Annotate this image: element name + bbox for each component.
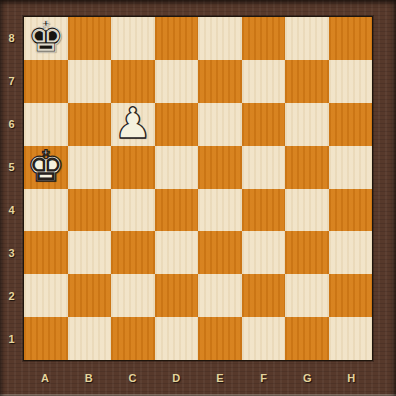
square-f6[interactable] xyxy=(242,103,286,146)
square-h3[interactable] xyxy=(329,231,373,274)
square-f7[interactable] xyxy=(242,60,286,103)
square-a2[interactable] xyxy=(24,274,68,317)
square-d7[interactable] xyxy=(155,60,199,103)
square-c2[interactable] xyxy=(111,274,155,317)
square-g6[interactable] xyxy=(285,103,329,146)
rank-label-8: 8 xyxy=(0,16,23,59)
square-h7[interactable] xyxy=(329,60,373,103)
file-label-f: F xyxy=(242,361,286,394)
square-g3[interactable] xyxy=(285,231,329,274)
square-c1[interactable] xyxy=(111,317,155,360)
file-label-e: E xyxy=(198,361,242,394)
square-a4[interactable] xyxy=(24,189,68,232)
white-pawn[interactable]: ♟ xyxy=(113,103,152,145)
white-king[interactable]: ♚ xyxy=(26,146,65,188)
chess-board: ♚♟♚ xyxy=(23,16,373,361)
square-d8[interactable] xyxy=(155,17,199,60)
square-b2[interactable] xyxy=(68,274,112,317)
square-d5[interactable] xyxy=(155,146,199,189)
rank-label-3: 3 xyxy=(0,232,23,275)
rank-label-4: 4 xyxy=(0,189,23,232)
square-a5[interactable]: ♚ xyxy=(24,146,68,189)
square-b6[interactable] xyxy=(68,103,112,146)
rank-label-7: 7 xyxy=(0,59,23,102)
square-h1[interactable] xyxy=(329,317,373,360)
square-h4[interactable] xyxy=(329,189,373,232)
file-label-b: B xyxy=(67,361,111,394)
square-b5[interactable] xyxy=(68,146,112,189)
square-f8[interactable] xyxy=(242,17,286,60)
square-h2[interactable] xyxy=(329,274,373,317)
square-d2[interactable] xyxy=(155,274,199,317)
square-a8[interactable]: ♚ xyxy=(24,17,68,60)
black-king[interactable]: ♚ xyxy=(26,17,65,59)
square-c8[interactable] xyxy=(111,17,155,60)
square-g8[interactable] xyxy=(285,17,329,60)
square-g2[interactable] xyxy=(285,274,329,317)
rank-label-1: 1 xyxy=(0,318,23,361)
square-g4[interactable] xyxy=(285,189,329,232)
square-e1[interactable] xyxy=(198,317,242,360)
file-label-c: C xyxy=(111,361,155,394)
square-h8[interactable] xyxy=(329,17,373,60)
file-label-g: G xyxy=(286,361,330,394)
square-e4[interactable] xyxy=(198,189,242,232)
square-f5[interactable] xyxy=(242,146,286,189)
square-b8[interactable] xyxy=(68,17,112,60)
square-f3[interactable] xyxy=(242,231,286,274)
rank-label-2: 2 xyxy=(0,275,23,318)
square-e8[interactable] xyxy=(198,17,242,60)
square-a7[interactable] xyxy=(24,60,68,103)
square-d6[interactable] xyxy=(155,103,199,146)
rank-label-5: 5 xyxy=(0,145,23,188)
rank-labels: 87654321 xyxy=(0,16,23,361)
square-e6[interactable] xyxy=(198,103,242,146)
square-c6[interactable]: ♟ xyxy=(111,103,155,146)
square-a3[interactable] xyxy=(24,231,68,274)
file-labels: ABCDEFGH xyxy=(23,361,373,394)
square-b3[interactable] xyxy=(68,231,112,274)
square-c3[interactable] xyxy=(111,231,155,274)
square-g5[interactable] xyxy=(285,146,329,189)
square-e7[interactable] xyxy=(198,60,242,103)
square-f2[interactable] xyxy=(242,274,286,317)
square-h6[interactable] xyxy=(329,103,373,146)
square-b7[interactable] xyxy=(68,60,112,103)
square-c5[interactable] xyxy=(111,146,155,189)
square-d1[interactable] xyxy=(155,317,199,360)
square-h5[interactable] xyxy=(329,146,373,189)
square-d3[interactable] xyxy=(155,231,199,274)
square-b4[interactable] xyxy=(68,189,112,232)
rank-label-6: 6 xyxy=(0,102,23,145)
square-c7[interactable] xyxy=(111,60,155,103)
file-label-h: H xyxy=(329,361,373,394)
square-f1[interactable] xyxy=(242,317,286,360)
square-e5[interactable] xyxy=(198,146,242,189)
square-f4[interactable] xyxy=(242,189,286,232)
square-a6[interactable] xyxy=(24,103,68,146)
square-e3[interactable] xyxy=(198,231,242,274)
square-b1[interactable] xyxy=(68,317,112,360)
board-frame: 87654321 ♚♟♚ ABCDEFGH xyxy=(0,0,396,396)
file-label-a: A xyxy=(23,361,67,394)
square-c4[interactable] xyxy=(111,189,155,232)
square-a1[interactable] xyxy=(24,317,68,360)
square-g7[interactable] xyxy=(285,60,329,103)
square-d4[interactable] xyxy=(155,189,199,232)
file-label-d: D xyxy=(154,361,198,394)
square-g1[interactable] xyxy=(285,317,329,360)
square-e2[interactable] xyxy=(198,274,242,317)
